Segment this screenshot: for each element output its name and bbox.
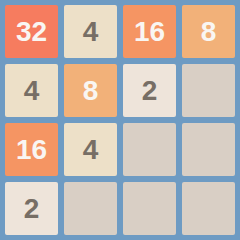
tile-16: 16 bbox=[123, 5, 176, 58]
tile-2: 2 bbox=[5, 182, 58, 235]
tile-4: 4 bbox=[64, 5, 117, 58]
empty-cell bbox=[123, 123, 176, 176]
empty-cell bbox=[182, 182, 235, 235]
tile-8: 8 bbox=[182, 5, 235, 58]
tile-8: 8 bbox=[64, 64, 117, 117]
empty-cell bbox=[123, 182, 176, 235]
tile-16: 16 bbox=[5, 123, 58, 176]
empty-cell bbox=[64, 182, 117, 235]
empty-cell bbox=[182, 64, 235, 117]
tile-32: 32 bbox=[5, 5, 58, 58]
tile-2: 2 bbox=[123, 64, 176, 117]
tile-4: 4 bbox=[64, 123, 117, 176]
empty-cell bbox=[182, 123, 235, 176]
game-board-2048[interactable]: 3241684821642 bbox=[0, 0, 240, 240]
tile-4: 4 bbox=[5, 64, 58, 117]
